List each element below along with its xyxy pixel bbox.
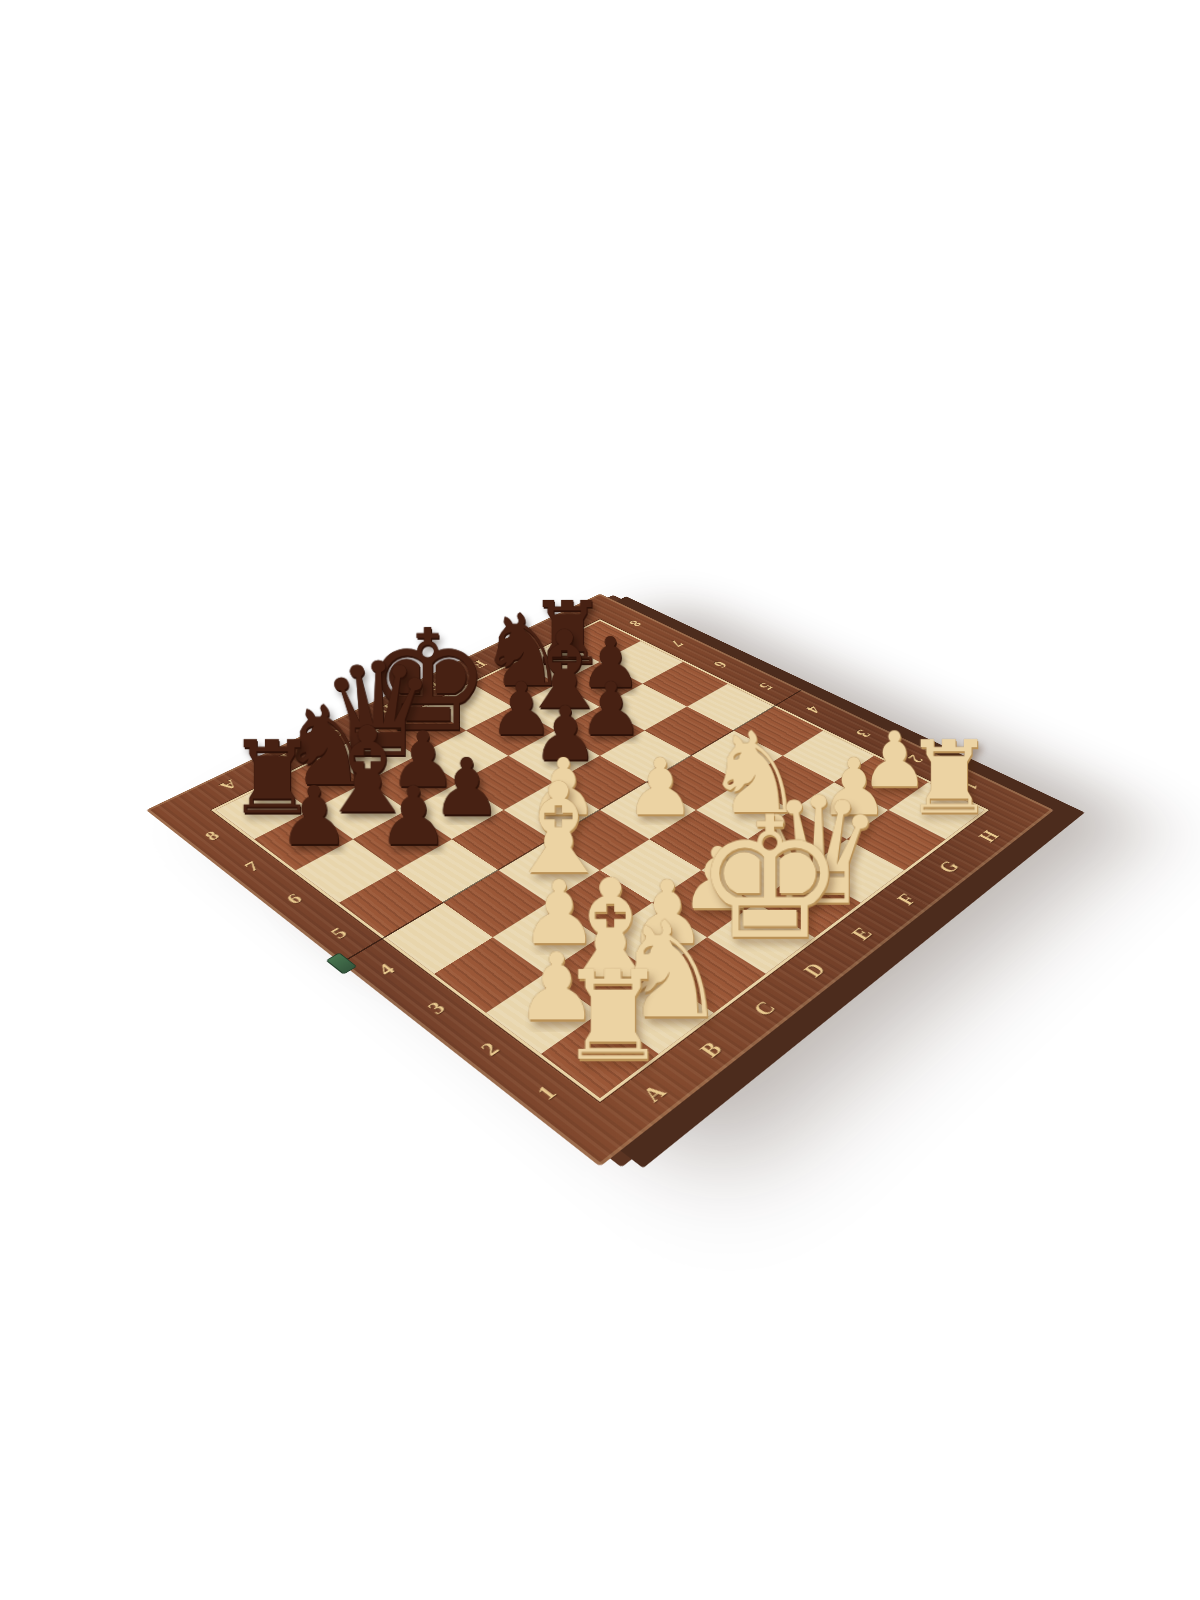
board-frame: ABCDEFGH ABCDEFGH 12345678 12345678 ♜♞♛♚…: [146, 594, 1054, 1167]
scene: ABCDEFGH ABCDEFGH 12345678 12345678 ♜♞♛♚…: [0, 0, 1200, 1600]
board-grid: ♜♞♛♚♞♜♟♝♟♟♝♟♟♟♟♟♟♝♟♟♞♟♝♟♟♟♟♜♞♚♛♜: [211, 619, 989, 1102]
square-a1[interactable]: ♜: [541, 1013, 658, 1098]
piece-white-pawn-e4[interactable]: ♟: [625, 750, 695, 825]
piece-white-rook-h1[interactable]: ♜: [904, 730, 994, 826]
rank-label-left-8: 8: [174, 812, 250, 860]
square-b5[interactable]: [397, 839, 498, 903]
piece-white-rook-a1[interactable]: ♜: [557, 958, 667, 1075]
piece-black-pawn-a7[interactable]: ♟: [278, 778, 350, 855]
chessboard: ABCDEFGH ABCDEFGH 12345678 12345678 ♜♞♛♚…: [146, 594, 1054, 1167]
square-h1[interactable]: ♜: [888, 782, 984, 839]
rank-label-left-7: 7: [213, 841, 291, 892]
piece-black-pawn-b6[interactable]: ♟: [377, 778, 449, 855]
